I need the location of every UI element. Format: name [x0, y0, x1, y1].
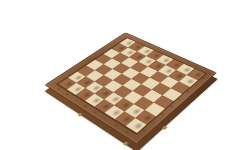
frame-file-label: c [74, 99, 78, 102]
frame-rank-label: 5 [178, 98, 183, 101]
frame-file-label: e [93, 111, 97, 114]
frame-rank-label: 3 [161, 113, 166, 116]
chess-board: ♜♟♟♜♞♟♟♞♝♟♟♝♛♟♟♛♚♟♟♚♝♟♟♝♞♟♟♞♜♟♟♜ abcdefg… [45, 32, 217, 144]
piece-glyph: ♟ [183, 68, 197, 82]
frame-rank-label: 1 [142, 130, 147, 133]
frame-rank-label: 8 [202, 78, 206, 81]
piece-glyph: ♜ [128, 109, 146, 128]
board-grid: ♜♟♟♜♞♟♟♞♝♟♟♝♛♟♟♛♚♟♟♚♝♟♟♝♞♟♟♞♜♟♟♜ [58, 38, 205, 133]
board-frame: ♜♟♟♜♞♟♟♞♝♟♟♝♛♟♟♛♚♟♟♚♝♟♟♝♞♟♟♞♜♟♟♜ abcdefg… [45, 32, 217, 144]
frame-rank-label: 4 [170, 106, 175, 109]
brass-hinge [78, 113, 83, 117]
chess-set-scene: ♜♟♟♜♞♟♟♞♝♟♟♝♛♟♟♛♚♟♟♚♝♟♟♝♞♟♟♞♜♟♟♜ abcdefg… [0, 0, 240, 150]
frame-file-label: d [84, 105, 88, 108]
frame-rank-label: 7 [195, 84, 199, 87]
brass-hinge [123, 142, 129, 146]
chess-set-photo: ♜♟♟♜♞♟♟♞♝♟♟♝♛♟♟♛♚♟♟♚♝♟♟♝♞♟♟♞♜♟♟♜ abcdefg… [0, 0, 240, 150]
brass-clasp [162, 126, 167, 130]
frame-file-label: h [125, 131, 130, 134]
frame-rank-label: 2 [152, 121, 157, 124]
frame-file-label: f [103, 118, 107, 121]
frame-rank-label: 6 [187, 91, 191, 94]
frame-file-label: a [57, 88, 61, 91]
